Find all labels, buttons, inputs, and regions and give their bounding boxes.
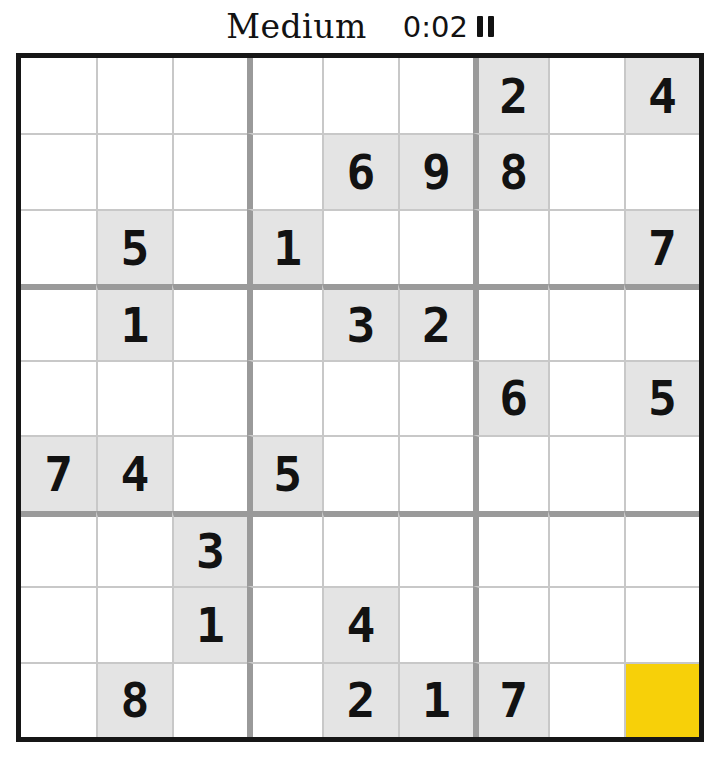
cell-r2c8[interactable] [548,133,623,208]
cell-r6c1[interactable]: 7 [21,435,96,510]
cell-r9c2[interactable]: 8 [96,662,171,737]
cell-r5c6[interactable] [398,360,473,435]
cell-r8c7[interactable] [473,586,548,661]
cell-r6c3[interactable] [172,435,247,510]
cell-r9c8[interactable] [548,662,623,737]
cell-r7c9[interactable] [624,511,699,586]
cell-r6c2[interactable]: 4 [96,435,171,510]
cell-r4c4[interactable] [247,284,322,359]
cell-r2c7[interactable]: 8 [473,133,548,208]
cell-r5c3[interactable] [172,360,247,435]
cell-r9c5[interactable]: 2 [322,662,397,737]
cell-r1c3[interactable] [172,58,247,133]
cell-r4c3[interactable] [172,284,247,359]
timer-display: 0:02 [403,10,468,44]
cell-r8c1[interactable] [21,586,96,661]
cell-r5c8[interactable] [548,360,623,435]
cell-r2c5[interactable]: 6 [322,133,397,208]
cell-r8c3[interactable]: 1 [172,586,247,661]
cell-r3c4[interactable]: 1 [247,209,322,284]
cell-r4c5[interactable]: 3 [322,284,397,359]
cell-r7c1[interactable] [21,511,96,586]
cell-r1c6[interactable] [398,58,473,133]
pause-icon [488,16,494,37]
timer-group: 0:02 [403,10,494,44]
cell-r2c3[interactable] [172,133,247,208]
cell-r4c6[interactable]: 2 [398,284,473,359]
cell-r8c5[interactable]: 4 [322,586,397,661]
cell-r3c1[interactable] [21,209,96,284]
cell-r3c8[interactable] [548,209,623,284]
cell-r5c2[interactable] [96,360,171,435]
cell-r7c2[interactable] [96,511,171,586]
pause-button[interactable] [477,16,494,37]
cell-r7c7[interactable] [473,511,548,586]
cell-r6c4[interactable]: 5 [247,435,322,510]
cell-r8c4[interactable] [247,586,322,661]
cell-r6c8[interactable] [548,435,623,510]
cell-r3c7[interactable] [473,209,548,284]
cell-r8c9[interactable] [624,586,699,661]
cell-r1c4[interactable] [247,58,322,133]
cell-r4c2[interactable]: 1 [96,284,171,359]
cell-r4c8[interactable] [548,284,623,359]
cell-r5c4[interactable] [247,360,322,435]
cell-r6c6[interactable] [398,435,473,510]
cell-r9c4[interactable] [247,662,322,737]
cell-r6c5[interactable] [322,435,397,510]
cell-r2c2[interactable] [96,133,171,208]
cell-r9c1[interactable] [21,662,96,737]
cell-r1c5[interactable] [322,58,397,133]
cell-r3c9[interactable]: 7 [624,209,699,284]
cell-r1c8[interactable] [548,58,623,133]
cell-r7c8[interactable] [548,511,623,586]
cell-r8c2[interactable] [96,586,171,661]
cell-r9c9[interactable] [624,662,699,737]
cell-r3c5[interactable] [322,209,397,284]
cell-r4c1[interactable] [21,284,96,359]
cell-r9c7[interactable]: 7 [473,662,548,737]
cell-r4c7[interactable] [473,284,548,359]
sudoku-board: 24698517132657453148217 [16,53,704,742]
cell-r6c7[interactable] [473,435,548,510]
cell-r9c3[interactable] [172,662,247,737]
cell-r7c4[interactable] [247,511,322,586]
cell-r8c6[interactable] [398,586,473,661]
cell-r1c9[interactable]: 4 [624,58,699,133]
cell-r2c9[interactable] [624,133,699,208]
cell-r7c5[interactable] [322,511,397,586]
pause-icon [477,16,483,37]
cell-r3c3[interactable] [172,209,247,284]
cell-r1c2[interactable] [96,58,171,133]
cell-r6c9[interactable] [624,435,699,510]
cell-r2c4[interactable] [247,133,322,208]
cell-r5c7[interactable]: 6 [473,360,548,435]
cell-r5c5[interactable] [322,360,397,435]
cell-r3c2[interactable]: 5 [96,209,171,284]
cell-r5c9[interactable]: 5 [624,360,699,435]
cell-r1c7[interactable]: 2 [473,58,548,133]
game-header: Medium 0:02 [0,0,720,53]
cell-r7c3[interactable]: 3 [172,511,247,586]
cell-r7c6[interactable] [398,511,473,586]
cell-r5c1[interactable] [21,360,96,435]
cell-r1c1[interactable] [21,58,96,133]
cell-r2c6[interactable]: 9 [398,133,473,208]
cell-r3c6[interactable] [398,209,473,284]
cell-r2c1[interactable] [21,133,96,208]
cell-r4c9[interactable] [624,284,699,359]
difficulty-selector[interactable]: Medium [226,7,367,46]
cell-r9c6[interactable]: 1 [398,662,473,737]
cell-r8c8[interactable] [548,586,623,661]
